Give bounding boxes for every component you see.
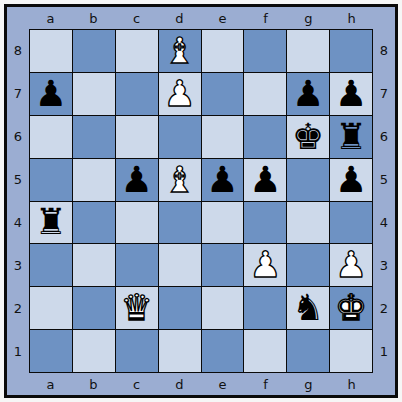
square-e8[interactable] <box>202 30 244 72</box>
square-g2[interactable]: ♞ <box>287 287 329 329</box>
white-king: ♚ <box>335 290 367 326</box>
square-f6[interactable] <box>244 116 286 158</box>
file-label-b: b <box>72 7 115 29</box>
square-b5[interactable] <box>73 159 115 201</box>
file-label-d: d <box>158 373 201 395</box>
square-c6[interactable] <box>116 116 158 158</box>
white-queen: ♛ <box>121 290 153 326</box>
white-bishop: ♝ <box>163 33 195 69</box>
rank-labels-right: 87654321 <box>373 29 395 373</box>
square-e6[interactable] <box>202 116 244 158</box>
file-label-f: f <box>244 7 287 29</box>
black-pawn: ♟ <box>292 76 324 112</box>
square-h6[interactable]: ♜ <box>330 116 372 158</box>
chess-diagram-page: abcdefgh abcdefgh 87654321 87654321 ♝♟♟♟… <box>0 0 402 402</box>
square-a8[interactable] <box>30 30 72 72</box>
black-pawn: ♟ <box>249 162 281 198</box>
square-a6[interactable] <box>30 116 72 158</box>
file-labels-bottom: abcdefgh <box>29 373 373 395</box>
rank-label-2: 2 <box>7 287 29 330</box>
square-c5[interactable]: ♟ <box>116 159 158 201</box>
file-label-a: a <box>29 7 72 29</box>
square-a5[interactable] <box>30 159 72 201</box>
square-a4[interactable]: ♜ <box>30 202 72 244</box>
white-bishop: ♝ <box>163 162 195 198</box>
square-h2[interactable]: ♚ <box>330 287 372 329</box>
file-label-c: c <box>115 373 158 395</box>
board-frame: abcdefgh abcdefgh 87654321 87654321 ♝♟♟♟… <box>4 4 398 398</box>
file-label-e: e <box>201 373 244 395</box>
white-pawn: ♟ <box>335 247 367 283</box>
square-b4[interactable] <box>73 202 115 244</box>
file-labels-top: abcdefgh <box>29 7 373 29</box>
square-e1[interactable] <box>202 330 244 372</box>
square-d6[interactable] <box>159 116 201 158</box>
square-g8[interactable] <box>287 30 329 72</box>
square-f1[interactable] <box>244 330 286 372</box>
file-label-f: f <box>244 373 287 395</box>
square-f5[interactable]: ♟ <box>244 159 286 201</box>
file-label-a: a <box>29 373 72 395</box>
square-g6[interactable]: ♚ <box>287 116 329 158</box>
file-label-e: e <box>201 7 244 29</box>
square-g1[interactable] <box>287 330 329 372</box>
black-king: ♚ <box>292 119 324 155</box>
rank-label-4: 4 <box>373 201 395 244</box>
square-a2[interactable] <box>30 287 72 329</box>
black-knight: ♞ <box>292 290 324 326</box>
square-b8[interactable] <box>73 30 115 72</box>
square-g4[interactable] <box>287 202 329 244</box>
square-c8[interactable] <box>116 30 158 72</box>
chess-board: ♝♟♟♟♟♚♜♟♝♟♟♟♜♟♟♛♞♚ <box>29 29 373 373</box>
square-e4[interactable] <box>202 202 244 244</box>
square-d7[interactable]: ♟ <box>159 73 201 115</box>
file-label-h: h <box>330 7 373 29</box>
rank-label-3: 3 <box>7 244 29 287</box>
file-label-h: h <box>330 373 373 395</box>
square-d3[interactable] <box>159 244 201 286</box>
rank-label-3: 3 <box>373 244 395 287</box>
square-g5[interactable] <box>287 159 329 201</box>
white-pawn: ♟ <box>249 247 281 283</box>
square-h4[interactable] <box>330 202 372 244</box>
square-c3[interactable] <box>116 244 158 286</box>
file-label-d: d <box>158 7 201 29</box>
square-d8[interactable]: ♝ <box>159 30 201 72</box>
square-b1[interactable] <box>73 330 115 372</box>
square-c7[interactable] <box>116 73 158 115</box>
black-pawn: ♟ <box>35 76 67 112</box>
black-pawn: ♟ <box>206 162 238 198</box>
square-e2[interactable] <box>202 287 244 329</box>
rank-label-7: 7 <box>373 72 395 115</box>
square-d2[interactable] <box>159 287 201 329</box>
rank-label-5: 5 <box>373 158 395 201</box>
square-g3[interactable] <box>287 244 329 286</box>
rank-label-5: 5 <box>7 158 29 201</box>
black-pawn: ♟ <box>335 76 367 112</box>
file-label-g: g <box>287 7 330 29</box>
square-c2[interactable]: ♛ <box>116 287 158 329</box>
square-f3[interactable]: ♟ <box>244 244 286 286</box>
rank-label-1: 1 <box>373 330 395 373</box>
square-d5[interactable]: ♝ <box>159 159 201 201</box>
file-label-b: b <box>72 373 115 395</box>
square-a1[interactable] <box>30 330 72 372</box>
square-a3[interactable] <box>30 244 72 286</box>
rank-label-8: 8 <box>373 29 395 72</box>
square-h3[interactable]: ♟ <box>330 244 372 286</box>
square-f8[interactable] <box>244 30 286 72</box>
rank-label-4: 4 <box>7 201 29 244</box>
square-h1[interactable] <box>330 330 372 372</box>
square-f7[interactable] <box>244 73 286 115</box>
square-h8[interactable] <box>330 30 372 72</box>
rank-label-2: 2 <box>373 287 395 330</box>
rank-label-6: 6 <box>7 115 29 158</box>
rank-labels-left: 87654321 <box>7 29 29 373</box>
square-d4[interactable] <box>159 202 201 244</box>
rank-label-8: 8 <box>7 29 29 72</box>
square-b7[interactable] <box>73 73 115 115</box>
file-label-c: c <box>115 7 158 29</box>
square-f2[interactable] <box>244 287 286 329</box>
black-rook: ♜ <box>35 204 67 240</box>
rank-label-7: 7 <box>7 72 29 115</box>
square-h5[interactable]: ♟ <box>330 159 372 201</box>
black-pawn: ♟ <box>121 162 153 198</box>
square-d1[interactable] <box>159 330 201 372</box>
square-e5[interactable]: ♟ <box>202 159 244 201</box>
square-g7[interactable]: ♟ <box>287 73 329 115</box>
square-b6[interactable] <box>73 116 115 158</box>
square-e7[interactable] <box>202 73 244 115</box>
square-c1[interactable] <box>116 330 158 372</box>
white-pawn: ♟ <box>163 76 195 112</box>
square-b2[interactable] <box>73 287 115 329</box>
rank-label-6: 6 <box>373 115 395 158</box>
black-rook: ♜ <box>335 119 367 155</box>
square-e3[interactable] <box>202 244 244 286</box>
square-b3[interactable] <box>73 244 115 286</box>
square-a7[interactable]: ♟ <box>30 73 72 115</box>
square-f4[interactable] <box>244 202 286 244</box>
square-c4[interactable] <box>116 202 158 244</box>
file-label-g: g <box>287 373 330 395</box>
black-pawn: ♟ <box>335 162 367 198</box>
square-h7[interactable]: ♟ <box>330 73 372 115</box>
rank-label-1: 1 <box>7 330 29 373</box>
